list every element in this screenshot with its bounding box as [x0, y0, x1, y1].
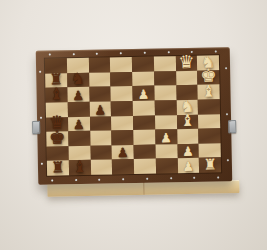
- square-d1[interactable]: [198, 114, 220, 129]
- frame-screws-bottom: [51, 176, 219, 181]
- screw-dot-icon: [225, 67, 227, 69]
- square-h4[interactable]: [132, 57, 154, 72]
- square-b3[interactable]: [155, 144, 177, 159]
- screw-dot-icon: [39, 71, 41, 73]
- square-c7[interactable]: [68, 131, 90, 146]
- square-b5[interactable]: ♟: [112, 145, 134, 160]
- square-h5[interactable]: [110, 57, 132, 72]
- square-c4[interactable]: [133, 130, 155, 145]
- screw-dot-icon: [227, 159, 229, 161]
- piece-black-rook[interactable]: ♜: [51, 160, 65, 175]
- square-c2[interactable]: [177, 129, 199, 144]
- square-f3[interactable]: [154, 85, 176, 100]
- piece-white-bishop[interactable]: ♝: [201, 83, 216, 99]
- square-f4[interactable]: ♟: [132, 86, 154, 101]
- piece-black-bishop[interactable]: ♝: [49, 86, 64, 102]
- square-d5[interactable]: [111, 116, 133, 131]
- square-e3[interactable]: [154, 100, 176, 115]
- piece-black-pawn[interactable]: ♟: [73, 118, 85, 131]
- square-d6[interactable]: [89, 116, 111, 131]
- square-d3[interactable]: [155, 115, 177, 130]
- screw-dot-icon: [120, 52, 122, 54]
- screw-dot-icon: [41, 163, 43, 165]
- screw-dot-icon: [72, 53, 74, 55]
- piece-black-king[interactable]: ♚: [49, 128, 65, 146]
- frame-screws-left: [39, 71, 43, 165]
- hinge-left-icon: [32, 121, 40, 134]
- square-a5[interactable]: [112, 159, 134, 174]
- square-f5[interactable]: [111, 86, 133, 101]
- square-f6[interactable]: [89, 87, 111, 102]
- piece-black-pawn[interactable]: ♟: [117, 146, 129, 159]
- screw-dot-icon: [51, 180, 53, 182]
- square-c3[interactable]: ♟: [155, 129, 177, 144]
- square-c5[interactable]: [112, 130, 134, 145]
- square-g4[interactable]: [132, 71, 154, 86]
- square-a2[interactable]: ♟: [177, 158, 199, 173]
- square-c8[interactable]: ♚: [46, 131, 68, 146]
- piece-white-pawn[interactable]: ♟: [160, 131, 172, 144]
- square-g2[interactable]: [176, 70, 198, 85]
- piece-white-pawn[interactable]: ♟: [138, 88, 150, 101]
- screw-dot-icon: [146, 178, 148, 180]
- screw-dot-icon: [193, 177, 195, 179]
- chess-board-squares: ♛♞♜♞♚♝♟♟♝♟♞♛♟♝♚♟♟♟♜♝♟♜: [45, 55, 221, 175]
- square-b6[interactable]: [90, 145, 112, 160]
- piece-black-knight[interactable]: ♞: [71, 71, 86, 87]
- photo-scene: ♛♞♜♞♚♝♟♟♝♟♞♛♟♝♚♟♟♟♜♝♟♜: [0, 0, 267, 250]
- screw-dot-icon: [122, 178, 124, 180]
- square-a3[interactable]: [156, 159, 178, 174]
- piece-white-pawn[interactable]: ♟: [182, 160, 194, 173]
- piece-black-bishop[interactable]: ♝: [72, 159, 87, 175]
- square-a7[interactable]: ♝: [69, 160, 91, 175]
- square-a6[interactable]: [90, 160, 112, 175]
- square-h6[interactable]: [88, 57, 110, 72]
- piece-black-pawn[interactable]: ♟: [72, 89, 84, 102]
- square-g3[interactable]: [154, 71, 176, 86]
- square-g7[interactable]: ♞: [67, 72, 89, 87]
- screw-dot-icon: [96, 53, 98, 55]
- square-c1[interactable]: [199, 128, 221, 143]
- square-e7[interactable]: [67, 102, 89, 117]
- screw-dot-icon: [217, 176, 219, 178]
- square-e6[interactable]: ♟: [89, 101, 111, 116]
- screw-dot-icon: [226, 113, 228, 115]
- square-d7[interactable]: ♟: [68, 116, 90, 131]
- piece-black-pawn[interactable]: ♟: [94, 103, 106, 116]
- screw-dot-icon: [49, 54, 51, 56]
- screw-dot-icon: [167, 51, 169, 53]
- piece-white-bishop[interactable]: ♝: [180, 113, 195, 129]
- screw-dot-icon: [40, 117, 42, 119]
- screw-dot-icon: [99, 179, 101, 181]
- square-f1[interactable]: ♝: [198, 85, 220, 100]
- square-d2[interactable]: ♝: [176, 114, 198, 129]
- square-g5[interactable]: [110, 72, 132, 87]
- square-a8[interactable]: ♜: [47, 161, 69, 176]
- square-f7[interactable]: ♟: [67, 87, 89, 102]
- chess-board: ♛♞♜♞♚♝♟♟♝♟♞♛♟♝♚♟♟♟♜♝♟♜: [36, 47, 233, 185]
- board-frame: ♛♞♜♞♚♝♟♟♝♟♞♛♟♝♚♟♟♟♜♝♟♜: [36, 47, 233, 185]
- square-c6[interactable]: [90, 131, 112, 146]
- square-f8[interactable]: ♝: [45, 88, 67, 103]
- square-d4[interactable]: [133, 115, 155, 130]
- square-b2[interactable]: ♟: [177, 144, 199, 159]
- square-e5[interactable]: [111, 101, 133, 116]
- hinge-right-icon: [228, 120, 236, 133]
- screw-dot-icon: [170, 177, 172, 179]
- piece-white-queen[interactable]: ♛: [178, 52, 194, 70]
- square-e4[interactable]: [133, 100, 155, 115]
- square-h3[interactable]: [154, 56, 176, 71]
- screw-dot-icon: [144, 52, 146, 54]
- screw-dot-icon: [75, 179, 77, 181]
- screw-dot-icon: [215, 50, 217, 52]
- piece-white-rook[interactable]: ♜: [203, 157, 217, 172]
- frame-screws-right: [225, 67, 229, 161]
- square-a1[interactable]: ♜: [199, 158, 221, 173]
- square-h2[interactable]: ♛: [175, 56, 197, 71]
- square-g6[interactable]: [89, 72, 111, 87]
- square-a4[interactable]: [134, 159, 156, 174]
- square-e1[interactable]: [198, 99, 220, 114]
- piece-white-pawn[interactable]: ♟: [182, 145, 194, 158]
- square-b4[interactable]: [134, 144, 156, 159]
